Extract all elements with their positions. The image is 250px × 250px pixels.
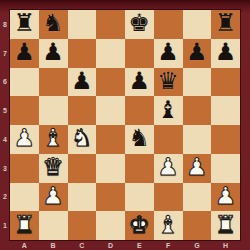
black-knight[interactable]: ♞	[42, 11, 64, 35]
square-b4[interactable]: ♝	[39, 125, 68, 154]
square-g8[interactable]	[183, 10, 212, 39]
square-g7[interactable]: ♟	[183, 39, 212, 68]
square-h5[interactable]	[211, 96, 240, 125]
square-b8[interactable]: ♞	[39, 10, 68, 39]
square-d5[interactable]	[96, 96, 125, 125]
white-rook[interactable]: ♜	[14, 213, 36, 237]
square-h4[interactable]	[211, 125, 240, 154]
square-h3[interactable]	[211, 154, 240, 183]
square-f1[interactable]: ♝	[154, 211, 183, 240]
square-g2[interactable]	[183, 183, 212, 212]
white-pawn[interactable]: ♟	[215, 184, 237, 208]
square-c1[interactable]	[68, 211, 97, 240]
square-h7[interactable]: ♟	[211, 39, 240, 68]
file-label-e: E	[125, 240, 154, 250]
white-king[interactable]: ♚	[129, 213, 151, 237]
square-d1[interactable]	[96, 211, 125, 240]
square-e8[interactable]: ♚	[125, 10, 154, 39]
square-c5[interactable]	[68, 96, 97, 125]
square-a8[interactable]: ♜	[10, 10, 39, 39]
chess-board-app: 87654321 ♜♞♚♜♟♟♟♟♟♟♟♛♝♟♝♞♞♛♟♟♟♟♜♚♝♜ ABCD…	[0, 0, 250, 250]
square-h2[interactable]: ♟	[211, 183, 240, 212]
square-e7[interactable]	[125, 39, 154, 68]
black-pawn[interactable]: ♟	[186, 40, 208, 64]
square-g5[interactable]	[183, 96, 212, 125]
square-e6[interactable]: ♟	[125, 68, 154, 97]
square-b3[interactable]: ♛	[39, 154, 68, 183]
square-g3[interactable]: ♟	[183, 154, 212, 183]
square-b5[interactable]	[39, 96, 68, 125]
white-rook[interactable]: ♜	[215, 213, 237, 237]
square-h6[interactable]	[211, 68, 240, 97]
file-label-a: A	[10, 240, 39, 250]
square-a1[interactable]: ♜	[10, 211, 39, 240]
square-h8[interactable]: ♜	[211, 10, 240, 39]
square-a2[interactable]	[10, 183, 39, 212]
square-d3[interactable]	[96, 154, 125, 183]
square-g4[interactable]	[183, 125, 212, 154]
square-b6[interactable]	[39, 68, 68, 97]
black-pawn[interactable]: ♟	[129, 69, 151, 93]
square-e2[interactable]	[125, 183, 154, 212]
black-queen[interactable]: ♛	[157, 69, 179, 93]
black-rook[interactable]: ♜	[14, 11, 36, 35]
rank-label-1: 1	[0, 211, 10, 240]
black-pawn[interactable]: ♟	[42, 40, 64, 64]
square-c4[interactable]: ♞	[68, 125, 97, 154]
square-a3[interactable]	[10, 154, 39, 183]
black-pawn[interactable]: ♟	[71, 69, 93, 93]
square-d2[interactable]	[96, 183, 125, 212]
black-pawn[interactable]: ♟	[14, 40, 36, 64]
black-pawn[interactable]: ♟	[157, 40, 179, 64]
file-label-b: B	[39, 240, 68, 250]
square-f2[interactable]	[154, 183, 183, 212]
rank-label-8: 8	[0, 10, 10, 39]
square-e4[interactable]: ♞	[125, 125, 154, 154]
square-f7[interactable]: ♟	[154, 39, 183, 68]
square-a4[interactable]: ♟	[10, 125, 39, 154]
rank-label-5: 5	[0, 96, 10, 125]
rank-label-7: 7	[0, 39, 10, 68]
square-d4[interactable]	[96, 125, 125, 154]
rank-labels: 87654321	[0, 10, 10, 240]
white-pawn[interactable]: ♟	[14, 126, 36, 150]
black-king[interactable]: ♚	[129, 11, 151, 35]
white-pawn[interactable]: ♟	[42, 184, 64, 208]
square-d8[interactable]	[96, 10, 125, 39]
square-b2[interactable]: ♟	[39, 183, 68, 212]
white-pawn[interactable]: ♟	[157, 155, 179, 179]
square-c2[interactable]	[68, 183, 97, 212]
square-g1[interactable]	[183, 211, 212, 240]
rank-label-3: 3	[0, 154, 10, 183]
square-h1[interactable]: ♜	[211, 211, 240, 240]
square-e3[interactable]	[125, 154, 154, 183]
square-c3[interactable]	[68, 154, 97, 183]
white-knight[interactable]: ♞	[71, 126, 93, 150]
rank-label-4: 4	[0, 125, 10, 154]
square-f8[interactable]	[154, 10, 183, 39]
square-c6[interactable]: ♟	[68, 68, 97, 97]
file-label-g: G	[183, 240, 212, 250]
square-f4[interactable]	[154, 125, 183, 154]
file-labels: ABCDEFGH	[10, 240, 240, 250]
white-pawn[interactable]: ♟	[186, 155, 208, 179]
square-b7[interactable]: ♟	[39, 39, 68, 68]
square-e5[interactable]	[125, 96, 154, 125]
rank-label-2: 2	[0, 183, 10, 212]
black-rook[interactable]: ♜	[215, 11, 237, 35]
black-bishop[interactable]: ♝	[157, 98, 179, 122]
square-b1[interactable]	[39, 211, 68, 240]
file-label-c: C	[68, 240, 97, 250]
square-e1[interactable]: ♚	[125, 211, 154, 240]
square-a5[interactable]	[10, 96, 39, 125]
square-c7[interactable]	[68, 39, 97, 68]
square-a6[interactable]	[10, 68, 39, 97]
white-bishop[interactable]: ♝	[42, 126, 64, 150]
square-f3[interactable]: ♟	[154, 154, 183, 183]
rank-label-6: 6	[0, 68, 10, 97]
square-a7[interactable]: ♟	[10, 39, 39, 68]
chess-board: ♜♞♚♜♟♟♟♟♟♟♟♛♝♟♝♞♞♛♟♟♟♟♜♚♝♜	[10, 10, 240, 240]
black-pawn[interactable]: ♟	[215, 40, 237, 64]
square-c8[interactable]	[68, 10, 97, 39]
file-label-f: F	[154, 240, 183, 250]
file-label-h: H	[211, 240, 240, 250]
black-knight[interactable]: ♞	[129, 126, 151, 150]
file-label-d: D	[96, 240, 125, 250]
square-d7[interactable]	[96, 39, 125, 68]
square-f5[interactable]: ♝	[154, 96, 183, 125]
white-queen[interactable]: ♛	[42, 155, 64, 179]
square-g6[interactable]	[183, 68, 212, 97]
square-d6[interactable]	[96, 68, 125, 97]
white-bishop[interactable]: ♝	[157, 213, 179, 237]
square-f6[interactable]: ♛	[154, 68, 183, 97]
